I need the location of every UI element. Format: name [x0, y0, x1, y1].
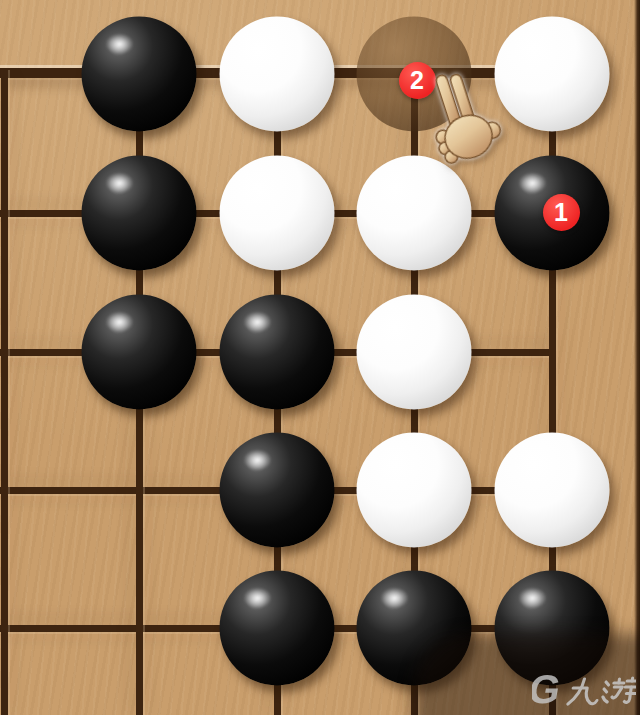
black-stone — [220, 433, 335, 548]
white-stone — [495, 17, 610, 132]
board-grid-and-stones: 21 — [0, 0, 640, 715]
board-right-edge — [634, 0, 640, 715]
black-stone — [220, 571, 335, 686]
black-stone — [82, 295, 197, 410]
white-stone — [495, 433, 610, 548]
white-stone — [357, 433, 472, 548]
jiuyou-logo-icon: G — [532, 667, 562, 709]
black-stone — [82, 156, 197, 271]
watermark-text-glyphs — [566, 675, 636, 709]
move-number-badge: 1 — [543, 194, 580, 231]
black-stone: 1 — [495, 156, 610, 271]
grid-line-vertical — [1, 70, 8, 715]
black-stone — [82, 17, 197, 132]
svg-text:G: G — [532, 667, 562, 709]
go-board[interactable]: 21 G — [0, 0, 640, 715]
black-stone — [220, 295, 335, 410]
white-stone — [357, 156, 472, 271]
watermark-jiuyou: G 九游 — [532, 667, 636, 709]
white-stone — [220, 156, 335, 271]
white-stone — [357, 295, 472, 410]
white-stone — [220, 17, 335, 132]
